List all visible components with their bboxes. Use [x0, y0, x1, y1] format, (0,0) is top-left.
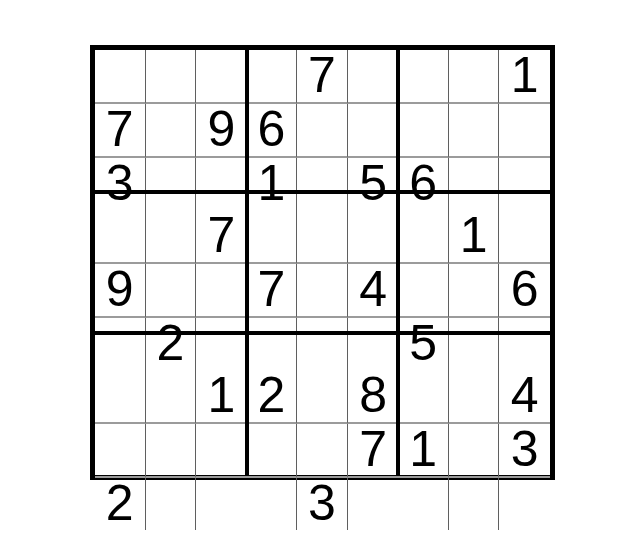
cell-r8c9[interactable]: 3	[499, 424, 550, 478]
cell-r8c5[interactable]	[297, 424, 348, 478]
cell-r6c9[interactable]	[499, 318, 550, 370]
cell-r1c1[interactable]	[95, 50, 146, 104]
cell-r5c1[interactable]: 9	[95, 264, 146, 318]
cell-r1c9[interactable]: 1	[499, 50, 550, 104]
cell-r9c5[interactable]: 3	[297, 478, 348, 530]
cell-r7c5[interactable]	[297, 370, 348, 424]
cell-r7c9[interactable]: 4	[499, 370, 550, 424]
cell-r7c3[interactable]: 1	[196, 370, 247, 424]
cell-r2c6[interactable]	[348, 104, 399, 158]
cell-r6c6[interactable]	[348, 318, 399, 370]
cell-r1c6[interactable]	[348, 50, 399, 104]
cell-r7c1[interactable]	[95, 370, 146, 424]
cell-r5c7[interactable]	[398, 264, 449, 318]
cell-r1c7[interactable]	[398, 50, 449, 104]
cell-r1c4[interactable]	[247, 50, 298, 104]
cell-r9c3[interactable]	[196, 478, 247, 530]
cell-r2c8[interactable]	[449, 104, 500, 158]
cell-r6c8[interactable]	[449, 318, 500, 370]
cell-r4c6[interactable]	[348, 210, 399, 264]
cell-r6c2[interactable]: 2	[146, 318, 197, 370]
cell-r2c3[interactable]: 9	[196, 104, 247, 158]
cell-r2c7[interactable]	[398, 104, 449, 158]
cell-r4c2[interactable]	[146, 210, 197, 264]
cell-r8c6[interactable]: 7	[348, 424, 399, 478]
cell-r3c6[interactable]: 5	[348, 158, 399, 210]
cell-r3c4[interactable]: 1	[247, 158, 298, 210]
cell-r8c7[interactable]: 1	[398, 424, 449, 478]
cell-r5c3[interactable]	[196, 264, 247, 318]
cell-r2c1[interactable]: 7	[95, 104, 146, 158]
cell-r4c1[interactable]	[95, 210, 146, 264]
cell-r8c8[interactable]	[449, 424, 500, 478]
cell-r3c5[interactable]	[297, 158, 348, 210]
cell-r6c1[interactable]	[95, 318, 146, 370]
cell-r8c1[interactable]	[95, 424, 146, 478]
cell-r9c6[interactable]	[348, 478, 399, 530]
cell-r4c9[interactable]	[499, 210, 550, 264]
cell-r7c4[interactable]: 2	[247, 370, 298, 424]
cell-r4c4[interactable]	[247, 210, 298, 264]
cell-r8c3[interactable]	[196, 424, 247, 478]
cell-r4c8[interactable]: 1	[449, 210, 500, 264]
cell-r5c5[interactable]	[297, 264, 348, 318]
page: 71796315671974625128471323	[0, 0, 640, 540]
cell-r5c6[interactable]: 4	[348, 264, 399, 318]
cell-r4c7[interactable]	[398, 210, 449, 264]
cell-r9c1[interactable]: 2	[95, 478, 146, 530]
cell-r8c2[interactable]	[146, 424, 197, 478]
cell-r7c7[interactable]	[398, 370, 449, 424]
sudoku-grid: 71796315671974625128471323	[95, 50, 550, 475]
cell-r5c8[interactable]	[449, 264, 500, 318]
cell-r3c1[interactable]: 3	[95, 158, 146, 210]
cell-r1c8[interactable]	[449, 50, 500, 104]
cell-r9c9[interactable]	[499, 478, 550, 530]
cell-r6c7[interactable]: 5	[398, 318, 449, 370]
sudoku-board: 71796315671974625128471323	[90, 45, 555, 480]
cell-r7c2[interactable]	[146, 370, 197, 424]
cell-r3c2[interactable]	[146, 158, 197, 210]
cell-r3c7[interactable]: 6	[398, 158, 449, 210]
cell-r6c5[interactable]	[297, 318, 348, 370]
cell-r3c8[interactable]	[449, 158, 500, 210]
cell-r3c3[interactable]	[196, 158, 247, 210]
cell-r9c7[interactable]	[398, 478, 449, 530]
cell-r6c4[interactable]	[247, 318, 298, 370]
cell-r2c2[interactable]	[146, 104, 197, 158]
cell-r8c4[interactable]	[247, 424, 298, 478]
cell-r4c5[interactable]	[297, 210, 348, 264]
cell-r9c4[interactable]	[247, 478, 298, 530]
cell-r3c9[interactable]	[499, 158, 550, 210]
cell-r2c9[interactable]	[499, 104, 550, 158]
cell-r7c8[interactable]	[449, 370, 500, 424]
cell-r2c4[interactable]: 6	[247, 104, 298, 158]
cell-r5c9[interactable]: 6	[499, 264, 550, 318]
cell-r1c5[interactable]: 7	[297, 50, 348, 104]
cell-r4c3[interactable]: 7	[196, 210, 247, 264]
cell-r1c2[interactable]	[146, 50, 197, 104]
cell-r5c2[interactable]	[146, 264, 197, 318]
cell-r2c5[interactable]	[297, 104, 348, 158]
cell-r7c6[interactable]: 8	[348, 370, 399, 424]
cell-r9c2[interactable]	[146, 478, 197, 530]
cell-r1c3[interactable]	[196, 50, 247, 104]
cell-r9c8[interactable]	[449, 478, 500, 530]
cell-r5c4[interactable]: 7	[247, 264, 298, 318]
cell-r6c3[interactable]	[196, 318, 247, 370]
